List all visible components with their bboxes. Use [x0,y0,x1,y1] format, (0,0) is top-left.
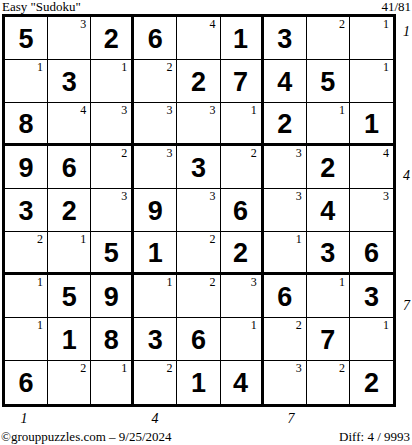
cell-r6c2[interactable]: 1 [48,232,91,275]
cell-r5c5[interactable]: 3 [177,189,220,232]
cell-r5c4[interactable]: 9 [134,189,177,232]
cell-r2c4[interactable]: 2 [134,60,177,103]
pencil-mark: 1 [383,61,389,74]
pencil-mark: 4 [383,147,389,160]
pencil-mark: 1 [383,18,389,31]
cell-value: 8 [104,325,119,354]
cell-r1c6[interactable]: 1 [221,17,264,60]
cell-value: 4 [277,67,292,96]
pencil-mark: 1 [80,233,86,246]
pencil-mark: 1 [37,61,43,74]
progress-counter: 41/81 [381,0,411,14]
cell-r1c3[interactable]: 2 [91,17,134,60]
cell-value: 1 [191,368,206,397]
pencil-mark: 3 [251,276,257,289]
cell-r9c8[interactable]: 2 [307,361,350,404]
pencil-mark: 3 [121,104,127,117]
cell-r8c9[interactable]: 1 [350,318,393,361]
cell-r1c1[interactable]: 5 [5,17,48,60]
cell-r2c8[interactable]: 5 [307,60,350,103]
cell-r3c7[interactable]: 2 [264,103,307,146]
cell-r5c3[interactable]: 3 [91,189,134,232]
cell-value: 1 [148,238,163,267]
cell-value: 5 [104,238,119,267]
cell-r9c4[interactable]: 2 [134,361,177,404]
cell-r1c4[interactable]: 6 [134,17,177,60]
cell-value: 2 [233,238,248,267]
cell-r3c8[interactable]: 1 [307,103,350,146]
pencil-mark: 2 [166,362,172,375]
cell-value: 3 [320,238,335,267]
cell-r8c8[interactable]: 7 [307,318,350,361]
cell-r6c7[interactable]: 1 [264,232,307,275]
cell-r2c3[interactable]: 1 [91,60,134,103]
cell-r8c7[interactable]: 2 [264,318,307,361]
page-title: Easy "Sudoku" [2,0,81,14]
col-label-7: 7 [285,411,297,426]
cell-r2c2[interactable]: 3 [48,60,91,103]
row-label-4: 4 [401,168,412,183]
pencil-mark: 1 [339,104,345,117]
pencil-mark: 3 [166,147,172,160]
pencil-mark: 4 [80,104,86,117]
cell-r2c1[interactable]: 1 [5,60,48,103]
cell-value: 1 [233,24,248,53]
cell-r9c7[interactable]: 3 [264,361,307,404]
cell-value: 6 [19,368,34,397]
cell-r7c5[interactable]: 2 [177,275,220,318]
cell-r1c8[interactable]: 2 [307,17,350,60]
cell-value: 2 [104,24,119,53]
cell-r8c6[interactable]: 1 [221,318,264,361]
cell-r8c4[interactable]: 3 [134,318,177,361]
cell-value: 2 [62,196,77,225]
cell-r1c7[interactable]: 3 [264,17,307,60]
cell-r4c3[interactable]: 2 [91,146,134,189]
cell-r4c9[interactable]: 4 [350,146,393,189]
cell-r7c6[interactable]: 3 [221,275,264,318]
pencil-mark: 1 [339,276,345,289]
cell-value: 7 [320,325,335,354]
cell-r3c9[interactable]: 1 [350,103,393,146]
cell-r9c6[interactable]: 4 [221,361,264,404]
cell-r1c9[interactable]: 1 [350,17,393,60]
cell-r8c1[interactable]: 1 [5,318,48,361]
cell-value: 7 [233,67,248,96]
cell-r5c7[interactable]: 3 [264,189,307,232]
cell-r2c5[interactable]: 2 [177,60,220,103]
pencil-mark: 3 [210,190,216,203]
cell-r8c5[interactable]: 6 [177,318,220,361]
cell-r5c9[interactable]: 3 [350,189,393,232]
pencil-mark: 2 [296,319,302,332]
pencil-mark: 1 [37,319,43,332]
pencil-mark: 2 [339,18,345,31]
cell-value: 6 [277,282,292,311]
cell-value: 9 [104,282,119,311]
pencil-mark: 2 [251,147,257,160]
cell-r2c6[interactable]: 7 [221,60,264,103]
cell-value: 4 [320,196,335,225]
cell-r7c8[interactable]: 1 [307,275,350,318]
col-label-4: 4 [149,411,161,426]
cell-r4c7[interactable]: 3 [264,146,307,189]
copyright-text: ©grouppuzzles.com – 9/25/2024 [1,429,172,444]
pencil-mark: 2 [339,362,345,375]
cell-r3c4[interactable]: 3 [134,103,177,146]
cell-r1c5[interactable]: 4 [177,17,220,60]
cell-value: 5 [320,67,335,96]
row-label-1: 1 [401,24,412,39]
cell-value: 6 [364,238,379,267]
cell-value: 3 [148,325,163,354]
pencil-mark: 2 [37,233,43,246]
cell-value: 8 [19,109,34,138]
cell-r7c4[interactable]: 1 [134,275,177,318]
cell-r4c4[interactable]: 3 [134,146,177,189]
cell-value: 9 [19,153,34,182]
pencil-mark: 2 [166,61,172,74]
pencil-mark: 1 [166,276,172,289]
pencil-mark: 3 [296,362,302,375]
pencil-mark: 2 [210,233,216,246]
cell-r4c2[interactable]: 6 [48,146,91,189]
cell-r6c3[interactable]: 5 [91,232,134,275]
pencil-mark: 3 [296,147,302,160]
cell-r9c1[interactable]: 6 [5,361,48,404]
row-label-7: 7 [401,298,412,313]
cell-r3c5[interactable]: 3 [177,103,220,146]
cell-value: 6 [191,325,206,354]
pencil-mark: 1 [121,61,127,74]
cell-value: 5 [19,24,34,53]
cell-value: 4 [233,368,248,397]
cell-value: 2 [364,368,379,397]
pencil-mark: 3 [210,104,216,117]
cell-r9c2[interactable]: 2 [48,361,91,404]
pencil-mark: 1 [121,362,127,375]
cell-r7c1[interactable]: 1 [5,275,48,318]
pencil-mark: 3 [80,18,86,31]
cell-r7c9[interactable]: 3 [350,275,393,318]
cell-value: 6 [62,153,77,182]
cell-r3c1[interactable]: 8 [5,103,48,146]
pencil-mark: 3 [383,190,389,203]
cell-value: 1 [62,325,77,354]
cell-value: 6 [148,24,163,53]
cell-value: 1 [364,109,379,138]
pencil-mark: 2 [80,362,86,375]
cell-r2c9[interactable]: 1 [350,60,393,103]
cell-r5c8[interactable]: 4 [307,189,350,232]
pencil-mark: 1 [296,233,302,246]
cell-r3c6[interactable]: 1 [221,103,264,146]
cell-r2c7[interactable]: 4 [264,60,307,103]
pencil-mark: 3 [296,190,302,203]
cell-value: 9 [148,196,163,225]
pencil-mark: 2 [210,276,216,289]
cell-r6c1[interactable]: 2 [5,232,48,275]
sudoku-page: Easy "Sudoku" 41/81 53264132113122745184… [0,0,412,445]
cell-value: 3 [191,153,206,182]
cell-value: 5 [62,282,77,311]
cell-value: 2 [320,153,335,182]
cell-r7c2[interactable]: 5 [48,275,91,318]
cell-r3c3[interactable]: 3 [91,103,134,146]
pencil-mark: 1 [251,104,257,117]
pencil-mark: 1 [251,319,257,332]
pencil-mark: 3 [166,104,172,117]
cell-value: 6 [233,196,248,225]
cell-r4c5[interactable]: 3 [177,146,220,189]
col-label-1: 1 [18,411,30,426]
cell-r6c5[interactable]: 2 [177,232,220,275]
cell-r8c3[interactable]: 8 [91,318,134,361]
cell-r7c3[interactable]: 9 [91,275,134,318]
cell-value: 2 [277,109,292,138]
cell-r7c7[interactable]: 6 [264,275,307,318]
cell-r4c6[interactable]: 2 [221,146,264,189]
sudoku-board: 5326413211312274518433312119623323243239… [2,14,396,407]
cell-r5c6[interactable]: 6 [221,189,264,232]
cell-r6c9[interactable]: 6 [350,232,393,275]
cell-r3c2[interactable]: 4 [48,103,91,146]
cell-value: 2 [191,67,206,96]
pencil-mark: 3 [121,190,127,203]
cell-r4c1[interactable]: 9 [5,146,48,189]
cell-r9c9[interactable]: 2 [350,361,393,404]
difficulty-text: Diff: 4 / 9993 [339,429,410,444]
pencil-mark: 1 [383,319,389,332]
cell-r5c2[interactable]: 2 [48,189,91,232]
cell-r1c2[interactable]: 3 [48,17,91,60]
cell-r6c8[interactable]: 3 [307,232,350,275]
cell-value: 3 [19,196,34,225]
cell-value: 3 [62,67,77,96]
cell-value: 3 [364,282,379,311]
cell-r5c1[interactable]: 3 [5,189,48,232]
pencil-mark: 1 [37,276,43,289]
pencil-mark: 2 [121,147,127,160]
cell-r6c4[interactable]: 1 [134,232,177,275]
cell-r9c3[interactable]: 1 [91,361,134,404]
cell-r4c8[interactable]: 2 [307,146,350,189]
pencil-mark: 4 [210,18,216,31]
cell-value: 3 [277,24,292,53]
cell-r8c2[interactable]: 1 [48,318,91,361]
cell-r6c6[interactable]: 2 [221,232,264,275]
cell-r9c5[interactable]: 1 [177,361,220,404]
